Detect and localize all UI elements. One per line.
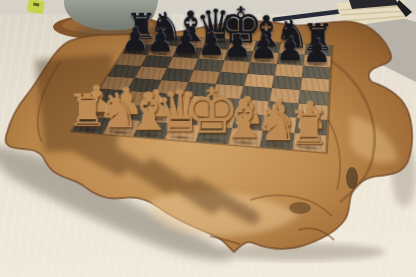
piece-white-rook[interactable]: ♜: [276, 104, 342, 151]
chessboard: ♜♞♝♛♚♝♞♜♟♟♟♟♟♟♟♟♟♟♟♟♟♟♟♟♜♞♝♛♚♝♞♜: [72, 33, 331, 152]
chessboard-grid: ♜♞♝♛♚♝♞♜♟♟♟♟♟♟♟♟♟♟♟♟♟♟♟♟♜♞♝♛♚♝♞♜: [72, 33, 331, 152]
square-f5[interactable]: [244, 74, 275, 88]
piece-black-pawn[interactable]: ♟: [290, 34, 343, 66]
square-h1[interactable]: ♜: [293, 133, 327, 152]
photo-scene: ♜♞♝♛♚♝♞♜♟♟♟♟♟♟♟♟♟♟♟♟♟♟♟♟♜♞♝♛♚♝♞♜: [0, 0, 416, 277]
square-h7[interactable]: ♟: [303, 55, 331, 68]
tea-tag: [27, 0, 45, 14]
square-g5[interactable]: [272, 76, 302, 90]
square-f6[interactable]: [247, 62, 277, 75]
wood-knot: [289, 202, 311, 214]
square-a5[interactable]: [108, 65, 141, 79]
wood-knot: [346, 167, 358, 189]
square-h5[interactable]: [300, 78, 329, 93]
